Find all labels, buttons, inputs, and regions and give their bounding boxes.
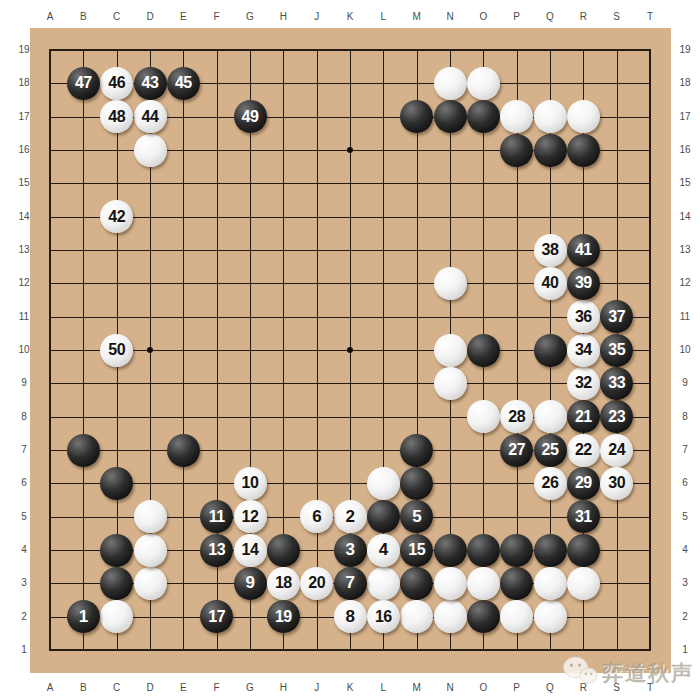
move-number: 13 [208,541,225,559]
stone-M7[interactable] [400,434,433,467]
col-label-bottom: A [39,682,61,694]
row-label-right: 13 [674,244,696,256]
row-label-left: 16 [13,144,35,156]
stone-O4[interactable] [467,534,500,567]
stone-D16[interactable] [134,134,167,167]
move-number: 46 [108,74,125,92]
col-label-bottom: H [272,682,294,694]
move-number: 26 [542,474,559,492]
row-label-right: 7 [674,444,696,456]
row-label-right: 16 [674,144,696,156]
stone-R10-move-34[interactable]: 34 [567,334,600,367]
stone-S10-move-35[interactable]: 35 [600,334,633,367]
stone-R17[interactable] [567,100,600,133]
col-label-bottom: C [106,682,128,694]
move-number: 36 [575,308,592,326]
move-number: 41 [575,241,592,259]
stone-R3[interactable] [567,567,600,600]
col-label-top: G [239,11,261,23]
row-label-right: 19 [674,44,696,56]
col-label-top: L [372,11,394,23]
stone-P16[interactable] [500,134,533,167]
stone-N2[interactable] [434,600,467,633]
move-number: 1 [79,607,88,627]
col-label-top: T [639,11,661,23]
col-label-top: K [339,11,361,23]
row-label-left: 12 [13,277,35,289]
stone-R6-move-29[interactable]: 29 [567,467,600,500]
row-label-left: 8 [13,411,35,423]
stone-B7[interactable] [67,434,100,467]
stone-Q17[interactable] [534,100,567,133]
move-number: 31 [575,508,592,526]
row-label-left: 13 [13,244,35,256]
col-label-bottom: F [206,682,228,694]
move-number: 18 [275,574,292,592]
move-number: 42 [108,208,125,226]
move-number: 21 [575,408,592,426]
stone-Q4[interactable] [534,534,567,567]
stone-R11-move-36[interactable]: 36 [567,300,600,333]
col-label-bottom: B [72,682,94,694]
stone-C10-move-50[interactable]: 50 [100,334,133,367]
row-label-left: 3 [13,577,35,589]
stone-B2-move-1[interactable]: 1 [67,600,100,633]
move-number: 44 [142,108,159,126]
col-label-bottom: J [306,682,328,694]
col-label-bottom: N [439,682,461,694]
move-number: 11 [209,508,225,526]
stone-M6[interactable] [400,467,433,500]
col-label-top: F [206,11,228,23]
move-number: 8 [346,607,355,627]
move-number: 19 [275,608,292,626]
move-number: 30 [608,474,625,492]
col-label-top: S [606,11,628,23]
move-number: 32 [575,374,592,392]
move-number: 43 [142,74,159,92]
move-number: 25 [542,441,559,459]
move-number: 15 [408,541,425,559]
row-label-left: 2 [13,611,35,623]
move-number: 9 [246,573,255,593]
move-number: 6 [312,507,321,527]
col-label-bottom: S [606,682,628,694]
move-number: 48 [108,108,125,126]
stone-L5[interactable] [367,500,400,533]
move-number: 39 [575,274,592,292]
move-number: 4 [379,540,388,560]
stone-C18-move-46[interactable]: 46 [100,67,133,100]
move-number: 2 [346,507,355,527]
col-label-top: H [272,11,294,23]
stone-R13-move-41[interactable]: 41 [567,234,600,267]
stone-G6-move-10[interactable]: 10 [234,467,267,500]
col-label-top: R [572,11,594,23]
col-label-top: A [39,11,61,23]
stone-F4-move-13[interactable]: 13 [200,534,233,567]
stone-Q3[interactable] [534,567,567,600]
stone-C6[interactable] [100,467,133,500]
row-label-left: 7 [13,444,35,456]
row-label-right: 9 [674,377,696,389]
grid-line-v [649,49,651,651]
move-number: 3 [346,540,355,560]
stone-K4-move-3[interactable]: 3 [334,534,367,567]
stone-L2-move-16[interactable]: 16 [367,600,400,633]
star-point [147,347,153,353]
stone-O8[interactable] [467,400,500,433]
move-number: 33 [608,374,625,392]
row-label-left: 14 [13,211,35,223]
col-label-bottom: Q [539,682,561,694]
row-label-left: 18 [13,77,35,89]
go-diagram: 弈道秋声 AABBCCDDEEFFGGHHJJKKLLMMNNOOPPQQRRS… [0,0,700,700]
row-label-left: 15 [13,177,35,189]
stone-S6-move-30[interactable]: 30 [600,467,633,500]
stone-D17-move-44[interactable]: 44 [134,100,167,133]
stone-N17[interactable] [434,100,467,133]
stone-O18[interactable] [467,67,500,100]
stone-N4[interactable] [434,534,467,567]
move-number: 27 [508,441,525,459]
move-number: 28 [508,408,525,426]
stone-R4[interactable] [567,534,600,567]
stone-O3[interactable] [467,567,500,600]
col-label-top: M [406,11,428,23]
move-number: 37 [608,308,625,326]
row-label-right: 11 [674,311,696,323]
stone-Q12-move-40[interactable]: 40 [534,267,567,300]
col-label-bottom: K [339,682,361,694]
move-number: 47 [75,74,92,92]
stone-H4[interactable] [267,534,300,567]
col-label-top: D [139,11,161,23]
col-label-bottom: E [172,682,194,694]
stone-Q16[interactable] [534,134,567,167]
grid-line-h [49,649,651,651]
col-label-bottom: M [406,682,428,694]
col-label-bottom: G [239,682,261,694]
stone-P4[interactable] [500,534,533,567]
stone-D3[interactable] [134,567,167,600]
stone-P7-move-27[interactable]: 27 [500,434,533,467]
stone-L6[interactable] [367,467,400,500]
row-label-left: 6 [13,477,35,489]
stone-R7-move-22[interactable]: 22 [567,434,600,467]
stone-Q6-move-26[interactable]: 26 [534,467,567,500]
stone-R8-move-21[interactable]: 21 [567,400,600,433]
row-label-left: 4 [13,544,35,556]
stone-E7[interactable] [167,434,200,467]
stone-R16[interactable] [567,134,600,167]
row-label-right: 8 [674,411,696,423]
col-label-top: Q [539,11,561,23]
row-label-left: 9 [13,377,35,389]
stone-G4-move-14[interactable]: 14 [234,534,267,567]
stone-G3-move-9[interactable]: 9 [234,567,267,600]
stone-K3-move-7[interactable]: 7 [334,567,367,600]
col-label-top: J [306,11,328,23]
row-label-left: 5 [13,511,35,523]
star-point [347,147,353,153]
row-label-right: 4 [674,544,696,556]
row-label-left: 19 [13,44,35,56]
move-number: 5 [412,507,421,527]
stone-L4-move-4[interactable]: 4 [367,534,400,567]
row-label-right: 6 [674,477,696,489]
move-number: 38 [542,241,559,259]
stone-Q8[interactable] [534,400,567,433]
row-label-left: 17 [13,111,35,123]
col-label-top: E [172,11,194,23]
stone-N3[interactable] [434,567,467,600]
stone-C3[interactable] [100,567,133,600]
move-number: 17 [208,608,225,626]
stone-N9[interactable] [434,367,467,400]
stone-N10[interactable] [434,334,467,367]
stone-J3-move-20[interactable]: 20 [300,567,333,600]
stone-D18-move-43[interactable]: 43 [134,67,167,100]
move-number: 45 [175,74,192,92]
grid-line-h [49,383,651,384]
move-number: 20 [308,574,325,592]
stone-M4-move-15[interactable]: 15 [400,534,433,567]
row-label-left: 11 [13,311,35,323]
move-number: 40 [542,274,559,292]
col-label-top: P [506,11,528,23]
move-number: 24 [608,441,625,459]
col-label-bottom: R [572,682,594,694]
stone-Q13-move-38[interactable]: 38 [534,234,567,267]
row-label-right: 1 [674,644,696,656]
stone-P3[interactable] [500,567,533,600]
col-label-bottom: L [372,682,394,694]
stone-K2-move-8[interactable]: 8 [334,600,367,633]
row-label-right: 3 [674,577,696,589]
move-number: 12 [242,508,259,526]
move-number: 34 [575,341,592,359]
col-label-bottom: D [139,682,161,694]
row-label-left: 10 [13,344,35,356]
col-label-bottom: T [639,682,661,694]
row-label-right: 2 [674,611,696,623]
stone-N18[interactable] [434,67,467,100]
stone-R5-move-31[interactable]: 31 [567,500,600,533]
row-label-left: 1 [13,644,35,656]
star-point [347,347,353,353]
col-label-bottom: O [472,682,494,694]
stone-R12-move-39[interactable]: 39 [567,267,600,300]
stone-O2[interactable] [467,600,500,633]
row-label-right: 15 [674,177,696,189]
move-number: 16 [375,608,392,626]
stone-C4[interactable] [100,534,133,567]
stone-B18-move-47[interactable]: 47 [67,67,100,100]
move-number: 7 [346,573,355,593]
stone-H3-move-18[interactable]: 18 [267,567,300,600]
col-label-top: O [472,11,494,23]
row-label-right: 12 [674,277,696,289]
stone-H2-move-19[interactable]: 19 [267,600,300,633]
stone-S7-move-24[interactable]: 24 [600,434,633,467]
stone-O17[interactable] [467,100,500,133]
col-label-top: C [106,11,128,23]
col-label-top: B [72,11,94,23]
stone-Q10[interactable] [534,334,567,367]
move-number: 22 [575,441,592,459]
move-number: 35 [608,341,625,359]
stone-G5-move-12[interactable]: 12 [234,500,267,533]
stone-S9-move-33[interactable]: 33 [600,367,633,400]
move-number: 23 [608,408,625,426]
stone-M3[interactable] [400,567,433,600]
stone-R9-move-32[interactable]: 32 [567,367,600,400]
stone-L3[interactable] [367,567,400,600]
move-number: 14 [242,541,259,559]
move-number: 29 [575,474,592,492]
stone-O10[interactable] [467,334,500,367]
row-label-right: 17 [674,111,696,123]
stone-N12[interactable] [434,267,467,300]
stone-D5[interactable] [134,500,167,533]
stone-Q2[interactable] [534,600,567,633]
stone-D4[interactable] [134,534,167,567]
move-number: 50 [108,341,125,359]
col-label-bottom: P [506,682,528,694]
col-label-top: N [439,11,461,23]
move-number: 49 [242,108,259,126]
row-label-right: 5 [674,511,696,523]
row-label-right: 14 [674,211,696,223]
move-number: 10 [242,474,259,492]
stone-Q7-move-25[interactable]: 25 [534,434,567,467]
stone-K5-move-2[interactable]: 2 [334,500,367,533]
stone-G17-move-49[interactable]: 49 [234,100,267,133]
stone-E18-move-45[interactable]: 45 [167,67,200,100]
row-label-right: 10 [674,344,696,356]
row-label-right: 18 [674,77,696,89]
